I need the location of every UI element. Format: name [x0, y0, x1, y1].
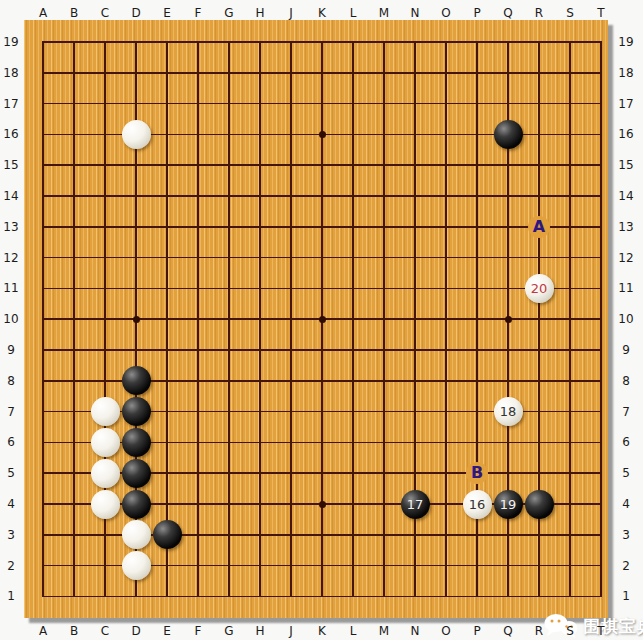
coord-label-bottom-F: F — [188, 623, 208, 639]
move-18-stone-q7[interactable]: 18 — [494, 397, 523, 426]
coord-label-top-K: K — [312, 5, 332, 21]
stone-white-c4[interactable] — [91, 490, 120, 519]
coord-label-top-A: A — [33, 5, 53, 21]
coord-label-bottom-E: E — [157, 623, 177, 639]
coord-label-left-5: 5 — [0, 465, 22, 481]
stone-black-d6[interactable] — [122, 428, 151, 457]
star-point-k4 — [319, 501, 326, 508]
coord-label-left-10: 10 — [0, 311, 22, 327]
coord-label-right-3: 3 — [613, 527, 639, 543]
coord-label-top-T: T — [591, 5, 611, 21]
coord-label-bottom-L: L — [343, 623, 363, 639]
coord-label-top-L: L — [343, 5, 363, 21]
coord-label-left-2: 2 — [0, 558, 22, 574]
annotation-label-b-p5: B — [466, 462, 488, 484]
move-number-label: 19 — [494, 490, 523, 519]
coord-label-right-8: 8 — [613, 373, 639, 389]
grid-vertical-line-T — [600, 41, 602, 597]
coord-label-top-B: B — [64, 5, 84, 21]
coord-label-bottom-H: H — [250, 623, 270, 639]
coord-label-bottom-O: O — [436, 623, 456, 639]
annotation-label-a-r13: A — [528, 216, 550, 238]
coord-label-right-14: 14 — [613, 188, 639, 204]
move-number-label: 18 — [494, 397, 523, 426]
coord-label-bottom-R: R — [529, 623, 549, 639]
coord-label-top-F: F — [188, 5, 208, 21]
stone-black-r4[interactable] — [525, 490, 554, 519]
coord-label-bottom-S: S — [560, 623, 580, 639]
coord-label-top-J: J — [281, 5, 301, 21]
coord-label-right-12: 12 — [613, 250, 639, 266]
move-20-stone-r11[interactable]: 20 — [525, 274, 554, 303]
coord-label-left-16: 16 — [0, 126, 22, 142]
stone-black-d8[interactable] — [122, 366, 151, 395]
coord-label-right-9: 9 — [613, 342, 639, 358]
coord-label-left-19: 19 — [0, 34, 22, 50]
grid-vertical-line-O — [445, 41, 447, 597]
go-diagram-screenshot: 2018171619 AB 围棋宝典 AABBCCDDEEFFGGHHJJKKL… — [0, 0, 643, 640]
coord-label-left-8: 8 — [0, 373, 22, 389]
coord-label-top-M: M — [374, 5, 394, 21]
coord-label-top-N: N — [405, 5, 425, 21]
coord-label-top-H: H — [250, 5, 270, 21]
grid-vertical-line-S — [569, 41, 571, 597]
coord-label-left-3: 3 — [0, 527, 22, 543]
coord-label-right-2: 2 — [613, 558, 639, 574]
coord-label-bottom-N: N — [405, 623, 425, 639]
coord-label-left-14: 14 — [0, 188, 22, 204]
coord-label-left-4: 4 — [0, 496, 22, 512]
coord-label-right-11: 11 — [613, 280, 639, 296]
grid-vertical-line-L — [352, 41, 354, 597]
coord-label-left-15: 15 — [0, 157, 22, 173]
coord-label-left-1: 1 — [0, 588, 22, 604]
coord-label-top-S: S — [560, 5, 580, 21]
stone-black-d4[interactable] — [122, 490, 151, 519]
grid-vertical-line-M — [383, 41, 385, 597]
coord-label-right-15: 15 — [613, 157, 639, 173]
move-16-stone-p4[interactable]: 16 — [463, 490, 492, 519]
coord-label-right-6: 6 — [613, 434, 639, 450]
coord-label-top-P: P — [467, 5, 487, 21]
coord-label-top-E: E — [157, 5, 177, 21]
star-point-d10 — [133, 316, 140, 323]
coord-label-right-1: 1 — [613, 588, 639, 604]
coord-label-top-D: D — [126, 5, 146, 21]
coord-label-right-18: 18 — [613, 65, 639, 81]
move-number-label: 17 — [401, 490, 430, 519]
coord-label-bottom-Q: Q — [498, 623, 518, 639]
coord-label-right-17: 17 — [613, 96, 639, 112]
coord-label-top-Q: Q — [498, 5, 518, 21]
stone-white-c6[interactable] — [91, 428, 120, 457]
coord-label-bottom-D: D — [126, 623, 146, 639]
coord-label-bottom-G: G — [219, 623, 239, 639]
coord-label-right-19: 19 — [613, 34, 639, 50]
coord-label-left-17: 17 — [0, 96, 22, 112]
coord-label-bottom-J: J — [281, 623, 301, 639]
star-point-q10 — [505, 316, 512, 323]
coord-label-right-13: 13 — [613, 219, 639, 235]
coord-label-right-16: 16 — [613, 126, 639, 142]
coord-label-left-13: 13 — [0, 219, 22, 235]
coord-label-left-11: 11 — [0, 280, 22, 296]
move-19-stone-q4[interactable]: 19 — [494, 490, 523, 519]
stone-white-d16[interactable] — [122, 120, 151, 149]
coord-label-right-7: 7 — [613, 404, 639, 420]
stone-white-d2[interactable] — [122, 551, 151, 580]
go-board[interactable]: 2018171619 AB 围棋宝典 — [24, 20, 608, 618]
coord-label-bottom-K: K — [312, 623, 332, 639]
coord-label-left-18: 18 — [0, 65, 22, 81]
coord-label-right-10: 10 — [613, 311, 639, 327]
coord-label-left-7: 7 — [0, 404, 22, 420]
stone-white-c7[interactable] — [91, 397, 120, 426]
coord-label-bottom-T: T — [591, 623, 611, 639]
coord-label-left-6: 6 — [0, 434, 22, 450]
stone-white-c5[interactable] — [91, 459, 120, 488]
move-17-stone-n4[interactable]: 17 — [401, 490, 430, 519]
coord-label-left-12: 12 — [0, 250, 22, 266]
stone-black-d5[interactable] — [122, 459, 151, 488]
coord-label-top-O: O — [436, 5, 456, 21]
coord-label-top-C: C — [95, 5, 115, 21]
coord-label-bottom-B: B — [64, 623, 84, 639]
star-point-k10 — [319, 316, 326, 323]
coord-label-left-9: 9 — [0, 342, 22, 358]
move-number-label: 16 — [463, 490, 492, 519]
grid-horizontal-line-1 — [42, 596, 602, 598]
stone-black-e3[interactable] — [153, 520, 182, 549]
stone-black-q16[interactable] — [494, 120, 523, 149]
coord-label-bottom-C: C — [95, 623, 115, 639]
coord-label-bottom-A: A — [33, 623, 53, 639]
coord-label-top-R: R — [529, 5, 549, 21]
coord-label-top-G: G — [219, 5, 239, 21]
move-number-label: 20 — [525, 274, 554, 303]
coord-label-right-4: 4 — [613, 496, 639, 512]
star-point-k16 — [319, 131, 326, 138]
coord-label-right-5: 5 — [613, 465, 639, 481]
stone-black-d7[interactable] — [122, 397, 151, 426]
coord-label-bottom-M: M — [374, 623, 394, 639]
stone-white-d3[interactable] — [122, 520, 151, 549]
coord-label-bottom-P: P — [467, 623, 487, 639]
grid-horizontal-line-9 — [42, 349, 602, 351]
